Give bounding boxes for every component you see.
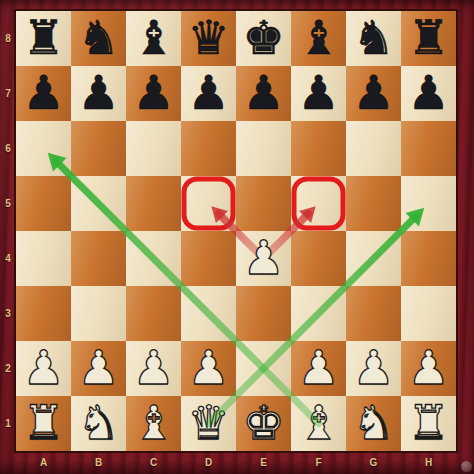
square-h6[interactable]	[401, 121, 456, 176]
rank-label-1: 1	[0, 396, 16, 451]
piece-white-king-e1[interactable]: ♚	[236, 395, 291, 450]
rank-label-5: 5	[0, 176, 16, 231]
piece-white-knight-g1[interactable]: ♞	[346, 395, 401, 450]
chess-diagram: 87654321 ABCDEFGH ♜♞♝♛♚♝♞♜♟♟♟♟♟♟♟♟♟♟♟♟♟♟…	[0, 0, 474, 474]
file-label-e: E	[236, 451, 291, 474]
square-d3[interactable]	[181, 286, 236, 341]
rank-label-2: 2	[0, 341, 16, 396]
piece-black-rook-h8[interactable]: ♜	[401, 10, 456, 65]
square-a6[interactable]	[16, 121, 71, 176]
piece-white-bishop-f1[interactable]: ♝	[291, 395, 346, 450]
piece-white-pawn-a2[interactable]: ♟	[16, 340, 71, 395]
piece-white-pawn-f2[interactable]: ♟	[291, 340, 346, 395]
piece-white-pawn-e4[interactable]: ♟	[236, 230, 291, 285]
piece-black-pawn-g7[interactable]: ♟	[346, 65, 401, 120]
rank-label-3: 3	[0, 286, 16, 341]
square-h3[interactable]	[401, 286, 456, 341]
piece-black-rook-a8[interactable]: ♜	[16, 10, 71, 65]
square-e2[interactable]	[236, 341, 291, 396]
rank-label-4: 4	[0, 231, 16, 286]
piece-black-pawn-e7[interactable]: ♟	[236, 65, 291, 120]
rank-label-8: 8	[0, 11, 16, 66]
square-f3[interactable]	[291, 286, 346, 341]
file-label-f: F	[291, 451, 346, 474]
square-g6[interactable]	[346, 121, 401, 176]
piece-white-pawn-c2[interactable]: ♟	[126, 340, 181, 395]
square-a5[interactable]	[16, 176, 71, 231]
piece-white-knight-b1[interactable]: ♞	[71, 395, 126, 450]
square-c6[interactable]	[126, 121, 181, 176]
piece-white-rook-a1[interactable]: ♜	[16, 395, 71, 450]
square-f4[interactable]	[291, 231, 346, 286]
file-label-c: C	[126, 451, 181, 474]
piece-black-pawn-a7[interactable]: ♟	[16, 65, 71, 120]
piece-black-queen-d8[interactable]: ♛	[181, 10, 236, 65]
square-e5[interactable]	[236, 176, 291, 231]
square-c4[interactable]	[126, 231, 181, 286]
square-g5[interactable]	[346, 176, 401, 231]
square-f6[interactable]	[291, 121, 346, 176]
piece-black-bishop-c8[interactable]: ♝	[126, 10, 181, 65]
square-g3[interactable]	[346, 286, 401, 341]
piece-black-bishop-f8[interactable]: ♝	[291, 10, 346, 65]
piece-white-pawn-g2[interactable]: ♟	[346, 340, 401, 395]
piece-black-pawn-d7[interactable]: ♟	[181, 65, 236, 120]
piece-white-pawn-d2[interactable]: ♟	[181, 340, 236, 395]
piece-black-king-e8[interactable]: ♚	[236, 10, 291, 65]
square-a4[interactable]	[16, 231, 71, 286]
piece-black-knight-g8[interactable]: ♞	[346, 10, 401, 65]
file-label-h: H	[401, 451, 456, 474]
piece-black-pawn-h7[interactable]: ♟	[401, 65, 456, 120]
square-d4[interactable]	[181, 231, 236, 286]
file-label-b: B	[71, 451, 126, 474]
square-c3[interactable]	[126, 286, 181, 341]
piece-black-knight-b8[interactable]: ♞	[71, 10, 126, 65]
square-e3[interactable]	[236, 286, 291, 341]
square-h5[interactable]	[401, 176, 456, 231]
square-h4[interactable]	[401, 231, 456, 286]
square-e6[interactable]	[236, 121, 291, 176]
piece-white-rook-h1[interactable]: ♜	[401, 395, 456, 450]
piece-black-pawn-c7[interactable]: ♟	[126, 65, 181, 120]
piece-white-bishop-c1[interactable]: ♝	[126, 395, 181, 450]
watermark-dot	[461, 461, 472, 472]
square-b6[interactable]	[71, 121, 126, 176]
file-label-d: D	[181, 451, 236, 474]
piece-white-queen-d1[interactable]: ♛	[181, 395, 236, 450]
file-label-g: G	[346, 451, 401, 474]
square-f5[interactable]	[291, 176, 346, 231]
piece-black-pawn-b7[interactable]: ♟	[71, 65, 126, 120]
square-d6[interactable]	[181, 121, 236, 176]
piece-white-pawn-b2[interactable]: ♟	[71, 340, 126, 395]
square-c5[interactable]	[126, 176, 181, 231]
rank-label-6: 6	[0, 121, 16, 176]
square-b5[interactable]	[71, 176, 126, 231]
square-g4[interactable]	[346, 231, 401, 286]
square-d5[interactable]	[181, 176, 236, 231]
square-b4[interactable]	[71, 231, 126, 286]
square-b3[interactable]	[71, 286, 126, 341]
piece-black-pawn-f7[interactable]: ♟	[291, 65, 346, 120]
square-a3[interactable]	[16, 286, 71, 341]
rank-label-7: 7	[0, 66, 16, 121]
piece-white-pawn-h2[interactable]: ♟	[401, 340, 456, 395]
file-label-a: A	[16, 451, 71, 474]
